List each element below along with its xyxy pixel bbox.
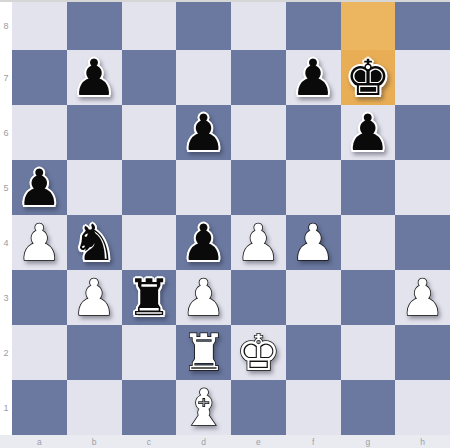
black-pawn-f7[interactable]: ♟	[291, 53, 336, 103]
square-e8[interactable]	[231, 2, 286, 50]
square-c5[interactable]	[122, 160, 177, 215]
file-labels: abcdefgh	[12, 435, 450, 448]
square-e7[interactable]	[231, 50, 286, 105]
square-g3[interactable]	[341, 270, 396, 325]
rank-label-5: 5	[0, 160, 12, 215]
black-pawn-a5[interactable]: ♟	[17, 163, 62, 213]
file-label-f: f	[286, 435, 341, 448]
square-a8[interactable]	[12, 2, 67, 50]
black-rook-c3[interactable]: ♜	[126, 273, 171, 323]
square-b7[interactable]: ♟	[67, 50, 122, 105]
black-pawn-d4[interactable]: ♟	[181, 218, 226, 268]
white-pawn-d3[interactable]: ♟	[181, 273, 226, 323]
white-pawn-b3[interactable]: ♟	[72, 273, 117, 323]
square-b8[interactable]	[67, 2, 122, 50]
square-d6[interactable]: ♟	[176, 105, 231, 160]
file-label-b: b	[67, 435, 122, 448]
square-f4[interactable]: ♟	[286, 215, 341, 270]
black-pawn-b7[interactable]: ♟	[72, 53, 117, 103]
rank-label-3: 3	[0, 270, 12, 325]
file-label-e: e	[231, 435, 286, 448]
square-h8[interactable]	[395, 2, 450, 50]
square-d5[interactable]	[176, 160, 231, 215]
square-d4[interactable]: ♟	[176, 215, 231, 270]
square-h3[interactable]: ♟	[395, 270, 450, 325]
rank-label-8: 8	[0, 2, 12, 50]
chess-app-screen: 87654321 ♟♟♚♟♟♟♟♞♟♟♟♟♜♟♟♜♚♝ abcdefgh	[0, 0, 450, 448]
square-a3[interactable]	[12, 270, 67, 325]
square-e1[interactable]	[231, 380, 286, 435]
square-d2[interactable]: ♜	[176, 325, 231, 380]
square-h4[interactable]	[395, 215, 450, 270]
square-f5[interactable]	[286, 160, 341, 215]
rank-label-1: 1	[0, 380, 12, 435]
square-e6[interactable]	[231, 105, 286, 160]
square-e5[interactable]	[231, 160, 286, 215]
file-label-g: g	[341, 435, 396, 448]
square-b2[interactable]	[67, 325, 122, 380]
file-label-d: d	[176, 435, 231, 448]
square-c7[interactable]	[122, 50, 177, 105]
square-d7[interactable]	[176, 50, 231, 105]
square-e2[interactable]: ♚	[231, 325, 286, 380]
white-king-e2[interactable]: ♚	[236, 328, 281, 378]
white-pawn-e4[interactable]: ♟	[236, 218, 281, 268]
square-a4[interactable]: ♟	[12, 215, 67, 270]
square-g7[interactable]: ♚	[341, 50, 396, 105]
rank-label-7: 7	[0, 50, 12, 105]
square-b1[interactable]	[67, 380, 122, 435]
white-pawn-f4[interactable]: ♟	[291, 218, 336, 268]
square-a1[interactable]	[12, 380, 67, 435]
file-label-a: a	[12, 435, 67, 448]
square-h7[interactable]	[395, 50, 450, 105]
square-d8[interactable]	[176, 2, 231, 50]
rank-label-2: 2	[0, 325, 12, 380]
square-b5[interactable]	[67, 160, 122, 215]
square-g1[interactable]	[341, 380, 396, 435]
square-c2[interactable]	[122, 325, 177, 380]
rank-label-4: 4	[0, 215, 12, 270]
square-g2[interactable]	[341, 325, 396, 380]
square-h5[interactable]	[395, 160, 450, 215]
square-g4[interactable]	[341, 215, 396, 270]
rank-labels: 87654321	[0, 2, 12, 435]
square-g6[interactable]: ♟	[341, 105, 396, 160]
square-d3[interactable]: ♟	[176, 270, 231, 325]
square-a5[interactable]: ♟	[12, 160, 67, 215]
square-a6[interactable]	[12, 105, 67, 160]
file-label-h: h	[395, 435, 450, 448]
white-bishop-d1[interactable]: ♝	[181, 383, 226, 433]
black-pawn-d6[interactable]: ♟	[181, 108, 226, 158]
square-h2[interactable]	[395, 325, 450, 380]
square-g5[interactable]	[341, 160, 396, 215]
square-g8[interactable]	[341, 2, 396, 50]
square-a2[interactable]	[12, 325, 67, 380]
square-a7[interactable]	[12, 50, 67, 105]
square-h6[interactable]	[395, 105, 450, 160]
rank-label-6: 6	[0, 105, 12, 160]
square-b4[interactable]: ♞	[67, 215, 122, 270]
white-pawn-h3[interactable]: ♟	[400, 273, 445, 323]
square-f6[interactable]	[286, 105, 341, 160]
square-c6[interactable]	[122, 105, 177, 160]
square-c3[interactable]: ♜	[122, 270, 177, 325]
black-king-g7[interactable]: ♚	[345, 53, 390, 103]
file-label-c: c	[122, 435, 177, 448]
black-knight-b4[interactable]: ♞	[72, 218, 117, 268]
square-c8[interactable]	[122, 2, 177, 50]
white-pawn-a4[interactable]: ♟	[17, 218, 62, 268]
square-c4[interactable]	[122, 215, 177, 270]
square-b3[interactable]: ♟	[67, 270, 122, 325]
square-f3[interactable]	[286, 270, 341, 325]
square-b6[interactable]	[67, 105, 122, 160]
square-f7[interactable]: ♟	[286, 50, 341, 105]
square-f8[interactable]	[286, 2, 341, 50]
file-label-strip: abcdefgh	[0, 435, 450, 448]
square-h1[interactable]	[395, 380, 450, 435]
chess-board: ♟♟♚♟♟♟♟♞♟♟♟♟♜♟♟♜♚♝	[12, 2, 450, 435]
square-e4[interactable]: ♟	[231, 215, 286, 270]
white-rook-d2[interactable]: ♜	[181, 328, 226, 378]
black-pawn-g6[interactable]: ♟	[345, 108, 390, 158]
square-f2[interactable]	[286, 325, 341, 380]
square-c1[interactable]	[122, 380, 177, 435]
square-e3[interactable]	[231, 270, 286, 325]
square-f1[interactable]	[286, 380, 341, 435]
square-d1[interactable]: ♝	[176, 380, 231, 435]
